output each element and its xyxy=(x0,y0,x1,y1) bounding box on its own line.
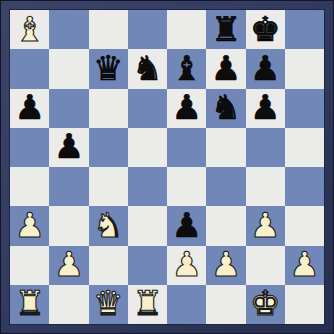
square-a1[interactable]: ♜ xyxy=(10,285,49,324)
square-f3[interactable] xyxy=(206,206,245,245)
piece-white-pawn: ♟ xyxy=(171,247,201,281)
square-h4[interactable] xyxy=(285,167,324,206)
square-a6[interactable]: ♟ xyxy=(10,89,49,128)
square-e8[interactable] xyxy=(167,10,206,49)
square-e5[interactable] xyxy=(167,128,206,167)
piece-white-bishop: ♝ xyxy=(14,12,44,46)
square-d2[interactable] xyxy=(128,246,167,285)
square-c5[interactable] xyxy=(89,128,128,167)
piece-black-pawn: ♟ xyxy=(14,90,44,124)
square-b7[interactable] xyxy=(49,49,88,88)
chess-board: ♝♜♚♛♞♝♟♟♟♟♞♟♟♟♞♟♟♟♟♟♟♜♛♜♚ xyxy=(10,10,324,324)
square-f7[interactable]: ♟ xyxy=(206,49,245,88)
piece-black-pawn: ♟ xyxy=(250,51,280,85)
square-h1[interactable] xyxy=(285,285,324,324)
square-b2[interactable]: ♟ xyxy=(49,246,88,285)
square-h6[interactable] xyxy=(285,89,324,128)
square-b6[interactable] xyxy=(49,89,88,128)
square-f4[interactable] xyxy=(206,167,245,206)
square-g1[interactable]: ♚ xyxy=(246,285,285,324)
square-a7[interactable] xyxy=(10,49,49,88)
piece-white-pawn: ♟ xyxy=(14,208,44,242)
square-d3[interactable] xyxy=(128,206,167,245)
piece-black-pawn: ♟ xyxy=(171,90,201,124)
square-c1[interactable]: ♛ xyxy=(89,285,128,324)
piece-black-rook: ♜ xyxy=(211,12,241,46)
piece-white-pawn: ♟ xyxy=(250,208,280,242)
square-e7[interactable]: ♝ xyxy=(167,49,206,88)
square-e4[interactable] xyxy=(167,167,206,206)
square-c3[interactable]: ♞ xyxy=(89,206,128,245)
square-g8[interactable]: ♚ xyxy=(246,10,285,49)
square-b4[interactable] xyxy=(49,167,88,206)
piece-white-pawn: ♟ xyxy=(54,247,84,281)
square-b8[interactable] xyxy=(49,10,88,49)
square-a4[interactable] xyxy=(10,167,49,206)
square-f1[interactable] xyxy=(206,285,245,324)
piece-black-pawn: ♟ xyxy=(54,129,84,163)
square-d4[interactable] xyxy=(128,167,167,206)
square-d7[interactable]: ♞ xyxy=(128,49,167,88)
square-g4[interactable] xyxy=(246,167,285,206)
square-e6[interactable]: ♟ xyxy=(167,89,206,128)
square-g6[interactable]: ♟ xyxy=(246,89,285,128)
square-f6[interactable]: ♞ xyxy=(206,89,245,128)
square-c2[interactable] xyxy=(89,246,128,285)
square-a8[interactable]: ♝ xyxy=(10,10,49,49)
piece-black-pawn: ♟ xyxy=(171,208,201,242)
square-h7[interactable] xyxy=(285,49,324,88)
piece-black-king: ♚ xyxy=(250,12,280,46)
square-e2[interactable]: ♟ xyxy=(167,246,206,285)
square-d8[interactable] xyxy=(128,10,167,49)
square-d5[interactable] xyxy=(128,128,167,167)
square-g7[interactable]: ♟ xyxy=(246,49,285,88)
square-e3[interactable]: ♟ xyxy=(167,206,206,245)
square-h8[interactable] xyxy=(285,10,324,49)
piece-white-pawn: ♟ xyxy=(211,247,241,281)
square-f5[interactable] xyxy=(206,128,245,167)
square-c7[interactable]: ♛ xyxy=(89,49,128,88)
piece-black-pawn: ♟ xyxy=(211,51,241,85)
piece-black-bishop: ♝ xyxy=(171,51,201,85)
square-h5[interactable] xyxy=(285,128,324,167)
square-d6[interactable] xyxy=(128,89,167,128)
square-g2[interactable] xyxy=(246,246,285,285)
square-b5[interactable]: ♟ xyxy=(49,128,88,167)
piece-white-knight: ♞ xyxy=(93,208,123,242)
piece-white-rook: ♜ xyxy=(14,286,44,320)
square-a2[interactable] xyxy=(10,246,49,285)
piece-black-knight: ♞ xyxy=(211,90,241,124)
square-d1[interactable]: ♜ xyxy=(128,285,167,324)
piece-black-pawn: ♟ xyxy=(250,90,280,124)
piece-black-queen: ♛ xyxy=(93,51,123,85)
square-a3[interactable]: ♟ xyxy=(10,206,49,245)
piece-white-king: ♚ xyxy=(250,286,280,320)
square-c4[interactable] xyxy=(89,167,128,206)
square-c6[interactable] xyxy=(89,89,128,128)
square-g5[interactable] xyxy=(246,128,285,167)
square-c8[interactable] xyxy=(89,10,128,49)
square-b1[interactable] xyxy=(49,285,88,324)
square-b3[interactable] xyxy=(49,206,88,245)
piece-white-pawn: ♟ xyxy=(289,247,319,281)
board-frame: ♝♜♚♛♞♝♟♟♟♟♞♟♟♟♞♟♟♟♟♟♟♜♛♜♚ xyxy=(0,0,334,334)
square-h3[interactable] xyxy=(285,206,324,245)
piece-white-rook: ♜ xyxy=(132,286,162,320)
square-g3[interactable]: ♟ xyxy=(246,206,285,245)
square-f2[interactable]: ♟ xyxy=(206,246,245,285)
piece-black-knight: ♞ xyxy=(132,51,162,85)
square-a5[interactable] xyxy=(10,128,49,167)
piece-white-queen: ♛ xyxy=(93,286,123,320)
square-e1[interactable] xyxy=(167,285,206,324)
square-f8[interactable]: ♜ xyxy=(206,10,245,49)
square-h2[interactable]: ♟ xyxy=(285,246,324,285)
